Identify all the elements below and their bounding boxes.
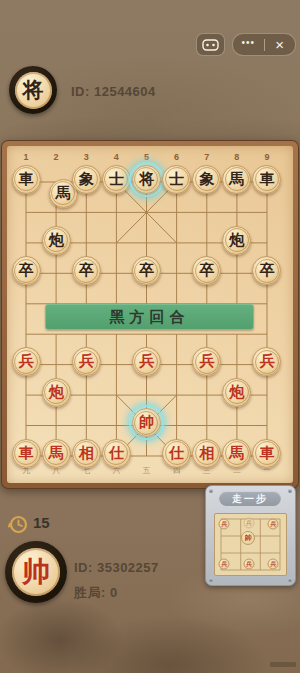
piece-red-兵[interactable]: 兵 [12, 347, 41, 376]
mini-piece: 兵 [268, 518, 279, 529]
piece-red-相[interactable]: 相 [192, 439, 221, 468]
piece-black-炮[interactable]: 炮 [42, 226, 71, 255]
red-player-avatar[interactable]: 帅 [5, 541, 67, 603]
piece-black-炮[interactable]: 炮 [222, 226, 251, 255]
hint-panel[interactable]: 走一步 兵兵兵帥兵兵兵 [205, 485, 296, 586]
xiangqi-app: ••• × 将 ID: 12544604 123456789 九八七六五四三二一… [0, 0, 300, 673]
close-button[interactable]: × [265, 37, 296, 52]
piece-black-車[interactable]: 車 [12, 165, 41, 194]
more-icon: ••• [241, 38, 255, 51]
piece-red-兵[interactable]: 兵 [72, 347, 101, 376]
piece-black-将[interactable]: 将 [132, 165, 161, 194]
rivet-icon [288, 578, 292, 582]
mini-piece: 兵 [219, 559, 230, 570]
mini-piece: 帥 [241, 531, 255, 545]
piece-black-士[interactable]: 士 [102, 165, 131, 194]
piece-red-炮[interactable]: 炮 [222, 378, 251, 407]
piece-red-兵[interactable]: 兵 [252, 347, 281, 376]
watermark [270, 662, 296, 667]
piece-red-仕[interactable]: 仕 [162, 439, 191, 468]
piece-black-卒[interactable]: 卒 [72, 256, 101, 285]
piece-red-馬[interactable]: 馬 [222, 439, 251, 468]
red-player-id: ID: 35302257 [74, 560, 159, 575]
piece-black-士[interactable]: 士 [162, 165, 191, 194]
column-number: 7 [201, 152, 213, 162]
turn-banner: 黑方回合 [45, 304, 254, 330]
column-number: 1 [20, 152, 32, 162]
close-icon: × [275, 37, 284, 52]
piece-red-車[interactable]: 車 [252, 439, 281, 468]
piece-red-相[interactable]: 相 [72, 439, 101, 468]
gamepad-icon [202, 38, 219, 51]
rivet-icon [209, 578, 213, 582]
piece-red-兵[interactable]: 兵 [132, 347, 161, 376]
red-player-wins: 胜局: 0 [74, 584, 118, 602]
mini-piece: 兵 [219, 518, 230, 529]
column-number: 2 [50, 152, 62, 162]
hint-title: 走一步 [219, 491, 281, 506]
column-number: 4 [110, 152, 122, 162]
column-number: 3 [80, 152, 92, 162]
piece-black-卒[interactable]: 卒 [132, 256, 161, 285]
piece-red-帥[interactable]: 帥 [132, 408, 161, 437]
piece-black-象[interactable]: 象 [192, 165, 221, 194]
piece-red-仕[interactable]: 仕 [102, 439, 131, 468]
piece-black-馬[interactable]: 馬 [222, 165, 251, 194]
black-player-id: ID: 12544604 [71, 84, 156, 99]
piece-black-車[interactable]: 車 [252, 165, 281, 194]
gamepad-button[interactable] [196, 33, 225, 56]
more-button[interactable]: ••• [233, 38, 264, 51]
mini-piece: 兵 [244, 559, 255, 570]
mini-piece: 兵 [268, 559, 279, 570]
piece-black-卒[interactable]: 卒 [192, 256, 221, 285]
column-number: 9 [261, 152, 273, 162]
piece-black-卒[interactable]: 卒 [12, 256, 41, 285]
timer-icon [7, 513, 29, 535]
piece-black-卒[interactable]: 卒 [252, 256, 281, 285]
rivet-icon [209, 489, 213, 493]
mini-piece: 兵 [244, 517, 255, 528]
piece-red-炮[interactable]: 炮 [42, 378, 71, 407]
red-general-avatar-piece: 帅 [12, 548, 60, 596]
column-number: 8 [231, 152, 243, 162]
piece-red-馬[interactable]: 馬 [42, 439, 71, 468]
hint-mini-board: 兵兵兵帥兵兵兵 [214, 513, 287, 576]
piece-red-兵[interactable]: 兵 [192, 347, 221, 376]
black-general-avatar-piece: 将 [15, 72, 52, 109]
column-number: 5 [141, 152, 153, 162]
black-player-avatar[interactable]: 将 [9, 66, 57, 114]
rivet-icon [288, 489, 292, 493]
piece-red-車[interactable]: 車 [12, 439, 41, 468]
capsule-menu: ••• × [232, 33, 296, 56]
timer-count: 15 [33, 514, 50, 531]
piece-black-象[interactable]: 象 [72, 165, 101, 194]
column-number: 6 [171, 152, 183, 162]
